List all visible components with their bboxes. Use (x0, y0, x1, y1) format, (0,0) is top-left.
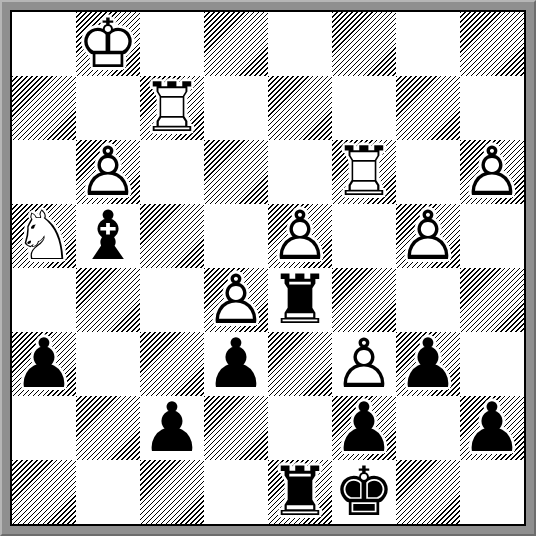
piece-white-pawn[interactable]: ♟♙ (204, 268, 268, 332)
square-c3[interactable] (140, 332, 204, 396)
piece-white-pawn[interactable]: ♟♙ (460, 140, 524, 204)
piece-black-pawn[interactable]: ♟ (140, 396, 204, 460)
square-h1[interactable] (460, 460, 524, 524)
white-pawn-outline-glyph: ♙ (398, 204, 459, 268)
piece-white-king[interactable]: ♚♔ (76, 12, 140, 76)
white-pawn-outline-glyph: ♙ (270, 204, 331, 268)
square-f7[interactable] (332, 76, 396, 140)
black-pawn-glyph: ♟ (398, 332, 459, 396)
square-c4[interactable] (140, 268, 204, 332)
white-pawn-outline-glyph: ♙ (206, 268, 267, 332)
square-b1[interactable] (76, 460, 140, 524)
square-a8[interactable] (12, 12, 76, 76)
square-c6[interactable] (140, 140, 204, 204)
board-inner-border: ♚♔♜♖♟♙♜♖♟♙♞♘♝♟♙♟♙♟♙♜♟♟♟♙♟♟♟♟♜♚ (10, 10, 526, 526)
black-bishop-glyph: ♝ (78, 204, 139, 268)
square-d2[interactable] (204, 396, 268, 460)
square-e3[interactable] (268, 332, 332, 396)
square-f2[interactable]: ♟ (332, 396, 396, 460)
black-rook-glyph: ♜ (270, 460, 331, 524)
black-pawn-glyph: ♟ (206, 332, 267, 396)
black-pawn-glyph: ♟ (462, 396, 523, 460)
square-c1[interactable] (140, 460, 204, 524)
chess-board: ♚♔♜♖♟♙♜♖♟♙♞♘♝♟♙♟♙♟♙♜♟♟♟♙♟♟♟♟♜♚ (12, 12, 524, 524)
square-c8[interactable] (140, 12, 204, 76)
square-d8[interactable] (204, 12, 268, 76)
square-d4[interactable]: ♟♙ (204, 268, 268, 332)
square-d7[interactable] (204, 76, 268, 140)
black-pawn-glyph: ♟ (334, 396, 395, 460)
square-f1[interactable]: ♚ (332, 460, 396, 524)
piece-black-rook[interactable]: ♜ (268, 460, 332, 524)
square-d5[interactable] (204, 204, 268, 268)
square-h3[interactable] (460, 332, 524, 396)
piece-black-rook[interactable]: ♜ (268, 268, 332, 332)
piece-black-pawn[interactable]: ♟ (12, 332, 76, 396)
square-d1[interactable] (204, 460, 268, 524)
square-g7[interactable] (396, 76, 460, 140)
piece-white-pawn[interactable]: ♟♙ (268, 204, 332, 268)
square-e6[interactable] (268, 140, 332, 204)
square-h4[interactable] (460, 268, 524, 332)
square-g4[interactable] (396, 268, 460, 332)
square-b3[interactable] (76, 332, 140, 396)
square-c7[interactable]: ♜♖ (140, 76, 204, 140)
square-c5[interactable] (140, 204, 204, 268)
square-g3[interactable]: ♟ (396, 332, 460, 396)
square-e7[interactable] (268, 76, 332, 140)
square-a4[interactable] (12, 268, 76, 332)
square-g6[interactable] (396, 140, 460, 204)
piece-white-pawn[interactable]: ♟♙ (76, 140, 140, 204)
square-h6[interactable]: ♟♙ (460, 140, 524, 204)
square-h7[interactable] (460, 76, 524, 140)
square-e2[interactable] (268, 396, 332, 460)
piece-white-pawn[interactable]: ♟♙ (396, 204, 460, 268)
piece-black-pawn[interactable]: ♟ (460, 396, 524, 460)
square-c2[interactable]: ♟ (140, 396, 204, 460)
piece-white-knight[interactable]: ♞♘ (12, 204, 76, 268)
square-b5[interactable]: ♝ (76, 204, 140, 268)
piece-black-pawn[interactable]: ♟ (204, 332, 268, 396)
square-a2[interactable] (12, 396, 76, 460)
square-f8[interactable] (332, 12, 396, 76)
square-h2[interactable]: ♟ (460, 396, 524, 460)
piece-white-rook[interactable]: ♜♖ (332, 140, 396, 204)
square-a5[interactable]: ♞♘ (12, 204, 76, 268)
square-e5[interactable]: ♟♙ (268, 204, 332, 268)
square-f3[interactable]: ♟♙ (332, 332, 396, 396)
square-a1[interactable] (12, 460, 76, 524)
square-a6[interactable] (12, 140, 76, 204)
square-d3[interactable]: ♟ (204, 332, 268, 396)
square-b7[interactable] (76, 76, 140, 140)
white-rook-outline-glyph: ♖ (334, 140, 395, 204)
square-h8[interactable] (460, 12, 524, 76)
piece-black-king[interactable]: ♚ (332, 460, 396, 524)
white-pawn-outline-glyph: ♙ (334, 332, 395, 396)
white-knight-outline-glyph: ♘ (14, 204, 75, 268)
square-e1[interactable]: ♜ (268, 460, 332, 524)
piece-white-rook[interactable]: ♜♖ (140, 76, 204, 140)
square-f6[interactable]: ♜♖ (332, 140, 396, 204)
white-king-outline-glyph: ♔ (78, 12, 139, 76)
square-g2[interactable] (396, 396, 460, 460)
square-g1[interactable] (396, 460, 460, 524)
square-b8[interactable]: ♚♔ (76, 12, 140, 76)
square-a3[interactable]: ♟ (12, 332, 76, 396)
square-h5[interactable] (460, 204, 524, 268)
white-pawn-outline-glyph: ♙ (462, 140, 523, 204)
square-b2[interactable] (76, 396, 140, 460)
square-b4[interactable] (76, 268, 140, 332)
piece-black-bishop[interactable]: ♝ (76, 204, 140, 268)
white-rook-outline-glyph: ♖ (142, 76, 203, 140)
square-g8[interactable] (396, 12, 460, 76)
board-frame: ♚♔♜♖♟♙♜♖♟♙♞♘♝♟♙♟♙♟♙♜♟♟♟♙♟♟♟♟♜♚ (0, 0, 536, 536)
square-f4[interactable] (332, 268, 396, 332)
square-e8[interactable] (268, 12, 332, 76)
square-g5[interactable]: ♟♙ (396, 204, 460, 268)
black-king-glyph: ♚ (334, 460, 395, 524)
square-d6[interactable] (204, 140, 268, 204)
square-b6[interactable]: ♟♙ (76, 140, 140, 204)
black-pawn-glyph: ♟ (142, 396, 203, 460)
square-a7[interactable] (12, 76, 76, 140)
white-pawn-outline-glyph: ♙ (78, 140, 139, 204)
square-f5[interactable] (332, 204, 396, 268)
black-rook-glyph: ♜ (270, 268, 331, 332)
square-e4[interactable]: ♜ (268, 268, 332, 332)
piece-black-pawn[interactable]: ♟ (332, 396, 396, 460)
black-pawn-glyph: ♟ (14, 332, 75, 396)
piece-black-pawn[interactable]: ♟ (396, 332, 460, 396)
piece-white-pawn[interactable]: ♟♙ (332, 332, 396, 396)
